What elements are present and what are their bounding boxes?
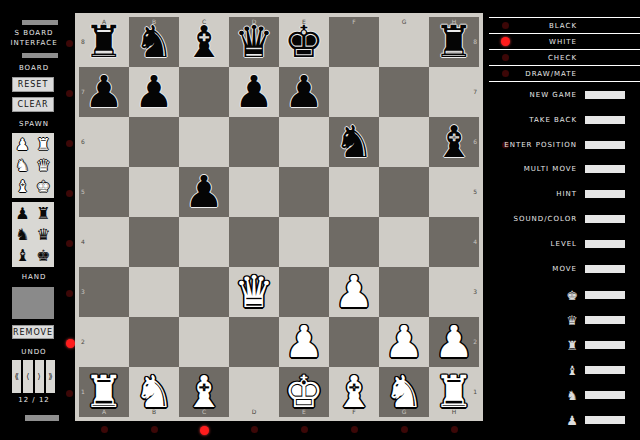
row-level: LEVEL [489, 237, 640, 251]
coord-label: D [252, 19, 257, 25]
row-piece-knight: ♞ [489, 388, 640, 402]
square-b1[interactable]: ♞B [129, 367, 179, 417]
square-c4[interactable] [179, 217, 229, 267]
square-b8[interactable]: ♞B [129, 17, 179, 67]
file-led-g [401, 426, 408, 433]
square-d6[interactable] [229, 117, 279, 167]
coord-label: D [252, 409, 257, 415]
square-f3[interactable]: ♟ [329, 267, 379, 317]
queen-icon: ♛ [566, 314, 578, 327]
square-e6[interactable] [279, 117, 329, 167]
indicator-led-draw-mate [502, 70, 509, 77]
piece-rook-button[interactable] [585, 341, 625, 349]
app-title-line2: INTERFACE [6, 39, 62, 47]
undo-back-button[interactable]: ⟨ [23, 360, 32, 393]
rook-icon: ♜ [566, 339, 578, 352]
square-c2[interactable] [179, 317, 229, 367]
piece-white-pawn: ♟ [334, 270, 373, 314]
file-led-f [351, 426, 358, 433]
piece-black-pawn: ♟ [184, 170, 223, 214]
square-c6[interactable] [179, 117, 229, 167]
square-b2[interactable] [129, 317, 179, 367]
indicator-label-draw-mate: DRAW/MATE [525, 70, 577, 78]
move-button[interactable] [585, 265, 625, 273]
coord-label: H [452, 409, 457, 415]
square-b3[interactable] [129, 267, 179, 317]
coord-label: 2 [473, 339, 477, 345]
knight-icon: ♞ [566, 389, 578, 402]
app-window: S BOARD INTERFACE BOARD RESET CLEAR SPAW… [0, 0, 640, 440]
coord-label: 5 [473, 189, 477, 195]
king-icon: ♚ [566, 289, 578, 302]
square-a4[interactable]: 4 [79, 217, 129, 267]
label-sound-color: SOUND/COLOR [514, 215, 577, 223]
piece-black-rook: ♜ [434, 20, 473, 64]
square-d3[interactable]: ♛ [229, 267, 279, 317]
sound-color-button[interactable] [585, 215, 625, 223]
divider-bar [25, 415, 59, 421]
spawn-black-knight[interactable]: ♞ [12, 224, 33, 245]
piece-bishop-button[interactable] [585, 366, 625, 374]
piece-knight-button[interactable] [585, 391, 625, 399]
row-move: MOVE [489, 262, 640, 276]
piece-king-button[interactable] [585, 291, 625, 299]
square-g5[interactable] [379, 167, 429, 217]
rank-led-7 [66, 90, 73, 97]
square-b5[interactable] [129, 167, 179, 217]
coord-label: 4 [81, 239, 85, 245]
label-level: LEVEL [551, 240, 577, 248]
coord-label: 5 [81, 189, 85, 195]
file-led-a [101, 426, 108, 433]
rank-led-4 [66, 240, 73, 247]
divider-bar [22, 53, 58, 58]
square-g2[interactable]: ♟ [379, 317, 429, 367]
square-c5[interactable]: ♟ [179, 167, 229, 217]
status-indicator-table: BLACKWHITECHECKDRAW/MATE [489, 17, 640, 82]
square-a7[interactable]: ♟7 [79, 67, 129, 117]
file-led-e [301, 426, 308, 433]
piece-queen-button[interactable] [585, 316, 625, 324]
spawn-section-label: SPAWN [6, 120, 62, 128]
coord-label: G [402, 19, 407, 25]
enter-position-button[interactable] [585, 141, 625, 149]
row-sound-color: SOUND/COLOR [489, 212, 640, 226]
square-f7[interactable] [329, 67, 379, 117]
square-d8[interactable]: ♛D [229, 17, 279, 67]
file-led-c [200, 426, 209, 435]
square-h4[interactable]: 4 [429, 217, 479, 267]
square-c1[interactable]: ♝C [179, 367, 229, 417]
rank-led-5 [66, 190, 73, 197]
piece-black-pawn: ♟ [134, 70, 173, 114]
rank-led-2 [66, 339, 75, 348]
piece-white-queen: ♛ [234, 270, 273, 314]
spawn-white-king[interactable]: ♚ [33, 176, 54, 197]
spawn-white-rook[interactable]: ♜ [33, 134, 54, 155]
spawn-black-king[interactable]: ♚ [33, 245, 54, 266]
coord-label: B [152, 19, 156, 25]
coord-label: E [302, 409, 306, 415]
row-hint: HINT [489, 187, 640, 201]
coord-label: C [202, 409, 206, 415]
row-piece-rook: ♜ [489, 338, 640, 352]
new-game-button[interactable] [585, 91, 625, 99]
indicator-label-black: BLACK [549, 22, 577, 30]
square-g7[interactable] [379, 67, 429, 117]
indicator-black: BLACK [489, 17, 640, 33]
hand-section-label: HAND [6, 273, 62, 281]
coord-label: 4 [473, 239, 477, 245]
indicator-led-black [502, 22, 509, 29]
square-f1[interactable]: ♝F [329, 367, 379, 417]
square-c7[interactable] [179, 67, 229, 117]
square-g1[interactable]: ♞G [379, 367, 429, 417]
file-led-h [451, 426, 458, 433]
label-hint: HINT [556, 190, 577, 198]
square-c3[interactable] [179, 267, 229, 317]
square-e4[interactable] [279, 217, 329, 267]
square-f2[interactable] [329, 317, 379, 367]
reset-button[interactable]: RESET [12, 77, 54, 92]
square-e1[interactable]: ♚E [279, 367, 329, 417]
square-b7[interactable]: ♟ [129, 67, 179, 117]
undo-forward-button[interactable]: ⟩ [35, 360, 44, 393]
row-take-back: TAKE BACK [489, 113, 640, 127]
control-panel: BLACKWHITECHECKDRAW/MATE NEW GAMETAKE BA… [489, 0, 640, 440]
piece-black-king: ♚ [284, 20, 323, 64]
coord-label: 7 [81, 89, 85, 95]
square-d4[interactable] [229, 217, 279, 267]
spawn-black-rook[interactable]: ♜ [33, 203, 54, 224]
label-move: MOVE [552, 265, 577, 273]
square-a5[interactable]: 5 [79, 167, 129, 217]
square-b6[interactable] [129, 117, 179, 167]
chess-board: ♜A8♞B♝C♛D♚EFG♜H8♟7♟♟♟76♞♝65♟5443♛♟32♟♟♟2… [79, 17, 479, 417]
row-piece-pawn: ♟ [489, 413, 640, 427]
row-multi-move: MULTI MOVE [489, 162, 640, 176]
spawn-black-pawn[interactable]: ♟ [12, 203, 33, 224]
indicator-check: CHECK [489, 49, 640, 65]
square-h2[interactable]: ♟2 [429, 317, 479, 367]
rank-led-6 [66, 140, 73, 147]
spawn-tray-black: ♟♜♞♛♝♚ [12, 202, 54, 267]
spawn-tray-white: ♟♜♞♛♝♚ [12, 133, 54, 198]
label-new-game: NEW GAME [530, 91, 577, 99]
row-enter-position: ENTER POSITION [489, 138, 640, 152]
square-d2[interactable] [229, 317, 279, 367]
label-multi-move: MULTI MOVE [524, 165, 577, 173]
square-e5[interactable] [279, 167, 329, 217]
square-e7[interactable]: ♟ [279, 67, 329, 117]
row-piece-queen: ♛ [489, 313, 640, 327]
row-piece-king: ♚ [489, 288, 640, 302]
coord-label: 1 [473, 389, 477, 395]
bishop-icon: ♝ [566, 364, 578, 377]
board-section-label: BOARD [6, 64, 62, 72]
piece-black-knight: ♞ [134, 20, 173, 64]
piece-black-pawn: ♟ [84, 70, 123, 114]
piece-pawn-button[interactable] [585, 416, 625, 424]
file-led-b [151, 426, 158, 433]
coord-label: H [452, 19, 457, 25]
indicator-label-white: WHITE [549, 38, 577, 46]
coord-label: 3 [81, 289, 85, 295]
piece-black-pawn: ♟ [284, 70, 323, 114]
square-e2[interactable]: ♟ [279, 317, 329, 367]
rank-led-8 [66, 40, 73, 47]
square-e3[interactable] [279, 267, 329, 317]
piece-white-pawn: ♟ [434, 320, 473, 364]
indicator-led-white [501, 37, 510, 46]
spawn-white-pawn[interactable]: ♟ [12, 134, 33, 155]
level-button[interactable] [585, 240, 625, 248]
square-c8[interactable]: ♝C [179, 17, 229, 67]
indicator-draw-mate: DRAW/MATE [489, 65, 640, 81]
label-take-back: TAKE BACK [529, 116, 577, 124]
square-a8[interactable]: ♜A8 [79, 17, 129, 67]
indicator-white: WHITE [489, 33, 640, 49]
coord-label: 7 [473, 89, 477, 95]
piece-black-bishop: ♝ [434, 120, 473, 164]
square-a6[interactable]: 6 [79, 117, 129, 167]
square-a2[interactable]: 2 [79, 317, 129, 367]
square-g6[interactable] [379, 117, 429, 167]
coord-label: A [102, 19, 106, 25]
hint-button[interactable] [585, 190, 625, 198]
coord-label: 1 [81, 389, 85, 395]
spawn-white-bishop[interactable]: ♝ [12, 176, 33, 197]
undo-controls: ⟪⟨⟩⟫ [12, 360, 55, 393]
spawn-black-queen[interactable]: ♛ [33, 224, 54, 245]
square-h1[interactable]: ♜H1 [429, 367, 479, 417]
coord-label: E [302, 19, 306, 25]
row-piece-bishop: ♝ [489, 363, 640, 377]
square-g8[interactable]: G [379, 17, 429, 67]
square-g3[interactable] [379, 267, 429, 317]
board-frame: ♜A8♞B♝C♛D♚EFG♜H8♟7♟♟♟76♞♝65♟5443♛♟32♟♟♟2… [75, 13, 483, 421]
coord-label: 6 [81, 139, 85, 145]
coord-label: 6 [473, 139, 477, 145]
square-d7[interactable]: ♟ [229, 67, 279, 117]
piece-white-pawn: ♟ [284, 320, 323, 364]
square-f5[interactable] [329, 167, 379, 217]
coord-label: 8 [473, 39, 477, 45]
indicator-label-check: CHECK [548, 54, 577, 62]
spawn-white-queen[interactable]: ♛ [33, 155, 54, 176]
spawn-black-bishop[interactable]: ♝ [12, 245, 33, 266]
square-e8[interactable]: ♚E [279, 17, 329, 67]
square-h3[interactable]: 3 [429, 267, 479, 317]
pawn-icon: ♟ [566, 414, 578, 427]
square-d1[interactable]: D [229, 367, 279, 417]
coord-label: F [352, 409, 355, 415]
square-h6[interactable]: ♝6 [429, 117, 479, 167]
spawn-white-knight[interactable]: ♞ [12, 155, 33, 176]
coord-label: A [102, 409, 106, 415]
piece-white-pawn: ♟ [384, 320, 423, 364]
piece-black-pawn: ♟ [234, 70, 273, 114]
hand-box[interactable] [12, 287, 54, 319]
undo-last-button[interactable]: ⟫ [46, 360, 55, 393]
square-f8[interactable]: F [329, 17, 379, 67]
multi-move-button[interactable] [585, 165, 625, 173]
coord-label: 3 [473, 289, 477, 295]
square-a3[interactable]: 3 [79, 267, 129, 317]
square-d5[interactable] [229, 167, 279, 217]
piece-black-queen: ♛ [234, 20, 273, 64]
piece-black-bishop: ♝ [184, 20, 223, 64]
coord-label: G [402, 409, 407, 415]
label-enter-position: ENTER POSITION [504, 141, 577, 149]
coord-label: C [202, 19, 206, 25]
square-h8[interactable]: ♜H8 [429, 17, 479, 67]
coord-label: 8 [81, 39, 85, 45]
undo-first-button[interactable]: ⟪ [12, 360, 21, 393]
clear-button[interactable]: CLEAR [12, 97, 54, 112]
square-h5[interactable]: 5 [429, 167, 479, 217]
square-b4[interactable] [129, 217, 179, 267]
square-f6[interactable]: ♞ [329, 117, 379, 167]
rank-led-1 [66, 390, 73, 397]
indicator-led-check [502, 54, 509, 61]
square-g4[interactable] [379, 217, 429, 267]
app-title-line1: S BOARD [6, 29, 62, 37]
undo-section-label: UNDO [6, 348, 62, 356]
row-new-game: NEW GAME [489, 88, 640, 102]
square-f4[interactable] [329, 217, 379, 267]
square-h7[interactable]: 7 [429, 67, 479, 117]
undo-counter: 12 / 12 [6, 396, 62, 404]
rank-led-3 [66, 290, 73, 297]
square-a1[interactable]: ♜A1 [79, 367, 129, 417]
sidebar: S BOARD INTERFACE BOARD RESET CLEAR SPAW… [6, 0, 62, 440]
piece-black-rook: ♜ [84, 20, 123, 64]
piece-black-knight: ♞ [334, 120, 373, 164]
divider-bar [22, 20, 58, 25]
coord-label: B [152, 409, 156, 415]
remove-button[interactable]: REMOVE [12, 325, 54, 339]
coord-label: F [352, 19, 355, 25]
file-led-d [251, 426, 258, 433]
take-back-button[interactable] [585, 116, 625, 124]
coord-label: 2 [81, 339, 85, 345]
